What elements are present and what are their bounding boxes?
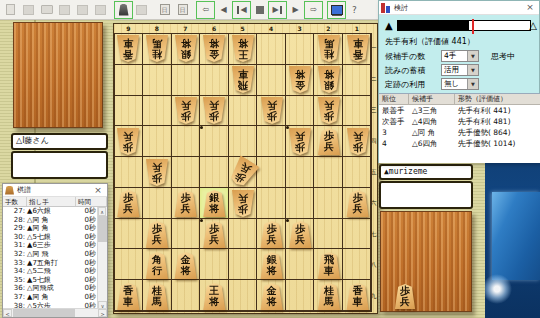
kifu-titlebar[interactable]: 棋譜 × xyxy=(3,184,107,197)
toolbar-blank-2[interactable] xyxy=(56,2,73,18)
kifu-move-row[interactable]: 32:△同 飛0秒 xyxy=(3,250,97,259)
control-dropdown-2[interactable]: 無し▼ xyxy=(441,78,479,90)
board-piece-34[interactable]: 歩兵 xyxy=(288,128,312,155)
board-piece-61[interactable]: 金将 xyxy=(202,35,226,62)
evaluation-text: 先手有利（評価値 441） xyxy=(385,36,539,47)
evaluation-bar-fill xyxy=(398,21,469,30)
board-piece-28[interactable]: 飛車 xyxy=(317,252,341,279)
gote-mark: △ xyxy=(529,20,537,32)
file-label: 7 xyxy=(171,24,200,33)
board-piece-76[interactable]: 歩兵 xyxy=(174,190,198,217)
board-piece-21[interactable]: 桂馬 xyxy=(317,35,341,62)
analysis-window-icon xyxy=(381,3,391,13)
board-piece-56[interactable]: 歩兵 xyxy=(231,190,255,217)
analysis-control-row: 読みの蓄積活用▼ xyxy=(385,63,539,77)
board-piece-button[interactable] xyxy=(115,2,132,18)
kifu-header-time: 時間 xyxy=(76,197,107,206)
scroll-left-icon[interactable]: < xyxy=(3,309,12,317)
candidate-table: 順位 候補手 形勢（評価値） 最善手△3三角先手有利( 441)次善手△4四角先… xyxy=(379,93,540,163)
control-status-text: 思考中 xyxy=(491,51,515,62)
evaluation-bar-row: ▲ △ xyxy=(383,19,535,33)
board-piece-81[interactable]: 桂馬 xyxy=(145,35,169,62)
chevron-down-icon[interactable]: ▼ xyxy=(467,65,478,75)
nav-first-button[interactable]: ⇦ xyxy=(197,2,214,18)
kifu-window: 棋譜 × 手数 指し手 時間 27:▲6六銀0秒28:△同 角0秒29:▲同 角… xyxy=(2,183,108,318)
board-piece-66[interactable]: 銀将 xyxy=(202,190,226,217)
board-piece-89[interactable]: 桂馬 xyxy=(145,283,169,310)
analysis-window-button[interactable] xyxy=(328,2,345,18)
kifu-header-row: 手数 指し手 時間 xyxy=(3,197,107,207)
board-piece-19[interactable]: 香車 xyxy=(346,283,370,310)
sente-hand-piece[interactable]: 歩兵 xyxy=(394,284,416,309)
board-piece-87[interactable]: 歩兵 xyxy=(145,221,169,248)
kifu-move-list[interactable]: 27:▲6六銀0秒28:△同 角0秒29:▲同 角0秒30:△5七銀0秒31:▲… xyxy=(3,207,97,310)
file-labels: 987654321 xyxy=(114,24,371,33)
kifu-header-move: 指し手 xyxy=(27,197,76,206)
candidate-row[interactable]: 最善手△3三角先手有利( 441) xyxy=(379,105,540,116)
board-piece-48[interactable]: 銀将 xyxy=(260,252,284,279)
analysis-control-row: 候補手の数4手▼思考中 xyxy=(385,49,539,63)
desktop-glow xyxy=(480,272,514,306)
kifu-move-row[interactable]: 34:△5二飛0秒 xyxy=(3,267,97,276)
shogi-board[interactable]: 987654321 一二三四五六七八九 香車桂馬銀将金将王将桂馬香車飛車金将銀将… xyxy=(113,23,378,314)
toolbar-blank-5[interactable] xyxy=(133,2,150,18)
nav-forward-fast-button[interactable]: ▶ xyxy=(287,2,304,18)
nav-forward-button[interactable]: ▶ xyxy=(269,2,286,18)
kifu-close-icon[interactable]: × xyxy=(91,185,105,196)
nav-stop-button[interactable] xyxy=(251,2,268,18)
analysis-titlebar[interactable]: 検討 × xyxy=(379,1,539,15)
board-piece-29[interactable]: 桂馬 xyxy=(317,283,341,310)
candidate-row[interactable]: 3△同 角先手優勢( 864) xyxy=(379,127,540,138)
candidate-row[interactable]: 4△6四角先手優勢( 1014) xyxy=(379,138,540,149)
board-piece-94[interactable]: 歩兵 xyxy=(116,128,140,155)
board-piece-14[interactable]: 歩兵 xyxy=(346,128,370,155)
kifu-move-row[interactable]: 33:▲7五角打0秒 xyxy=(3,259,97,268)
board-piece-43[interactable]: 歩兵 xyxy=(260,97,284,124)
open-kifu-button[interactable] xyxy=(38,2,55,18)
gote-player-name: △I藤さん xyxy=(11,133,108,150)
sente-player-name: ▲murizeme xyxy=(379,164,473,180)
board-piece-71[interactable]: 銀将 xyxy=(174,35,198,62)
cand-header-rank: 順位 xyxy=(379,94,409,104)
gote-info-box xyxy=(11,151,108,179)
kifu-window-icon xyxy=(5,186,14,195)
kifu-move-row[interactable]: 36:△同飛成0秒 xyxy=(3,284,97,293)
evaluation-bar xyxy=(397,20,531,31)
candidate-table-header: 順位 候補手 形勢（評価値） xyxy=(379,94,540,105)
control-label: 候補手の数 xyxy=(385,51,441,62)
analysis-window: 検討 × ▲ △ 先手有利（評価値 441） 候補手の数4手▼思考中読みの蓄積活… xyxy=(378,0,540,163)
candidate-rows: 最善手△3三角先手有利( 441)次善手△4四角先手有利( 481)3△同 角先… xyxy=(379,105,540,149)
board-piece-78[interactable]: 金将 xyxy=(174,252,198,279)
kifu-move-row[interactable]: 28:△同 角0秒 xyxy=(3,216,97,225)
scroll-up-icon[interactable]: ∧ xyxy=(98,207,106,216)
nav-last-button[interactable]: ⇨ xyxy=(305,2,322,18)
board-piece-16[interactable]: 歩兵 xyxy=(346,190,370,217)
kifu-horizontal-scrollbar[interactable]: < > xyxy=(3,308,107,317)
control-label: 定跡の利用 xyxy=(385,79,441,90)
analysis-control-row: 定跡の利用無し▼ xyxy=(385,77,539,91)
board-piece-88[interactable]: 角行 xyxy=(145,252,169,279)
board-piece-24[interactable]: 歩兵 xyxy=(317,128,341,155)
control-dropdown-1[interactable]: 活用▼ xyxy=(441,64,479,76)
file-label: 9 xyxy=(114,24,143,33)
board-piece-22[interactable]: 銀将 xyxy=(317,66,341,93)
sente-mark: ▲ xyxy=(385,20,393,32)
position-start-button[interactable]: 日 xyxy=(156,2,173,18)
file-label: 4 xyxy=(257,24,286,33)
scroll-right-icon[interactable]: > xyxy=(98,309,107,317)
evaluation-bar-marker xyxy=(472,19,474,34)
board-piece-47[interactable]: 歩兵 xyxy=(260,221,284,248)
board-piece-91[interactable]: 香車 xyxy=(116,35,140,62)
shogi-app-screen: 日日⇦◀◀▶▶⇨? △I藤さん 987654321 一二三四五六七八九 香車桂馬… xyxy=(0,0,540,318)
kifu-move-row[interactable]: 37:▲同 角0秒 xyxy=(3,293,97,302)
toolbar-blank-1[interactable] xyxy=(20,2,37,18)
board-piece-69[interactable]: 王将 xyxy=(202,283,226,310)
analysis-close-icon[interactable]: × xyxy=(523,2,537,13)
kifu-move-row[interactable]: 29:▲同 角0秒 xyxy=(3,224,97,233)
sente-info-box xyxy=(379,181,473,209)
analysis-controls: 候補手の数4手▼思考中読みの蓄積活用▼定跡の利用無し▼ xyxy=(379,49,539,91)
kifu-move-row[interactable]: 30:△5七銀0秒 xyxy=(3,233,97,242)
kifu-move-row[interactable]: 27:▲6六銀0秒 xyxy=(3,207,97,216)
board-piece-51[interactable]: 王将 xyxy=(231,35,255,62)
board-piece-32[interactable]: 金将 xyxy=(288,66,312,93)
nav-back-button[interactable]: ◀ xyxy=(233,2,250,18)
board-piece-49[interactable]: 金将 xyxy=(260,283,284,310)
control-dropdown-0[interactable]: 4手▼ xyxy=(441,50,479,62)
board-piece-85[interactable]: 歩兵 xyxy=(145,159,169,186)
board-piece-73[interactable]: 歩兵 xyxy=(174,97,198,124)
new-kifu-button[interactable] xyxy=(2,2,19,18)
board-piece-52[interactable]: 飛車 xyxy=(231,66,255,93)
toolbar-blank-3[interactable] xyxy=(74,2,91,18)
kifu-move-row[interactable]: 35:▲5七銀0秒 xyxy=(3,276,97,285)
cand-header-eval: 形勢（評価値） xyxy=(455,94,540,104)
board-piece-55[interactable]: 歩兵 xyxy=(226,155,261,191)
toolbar-blank-4[interactable] xyxy=(92,2,109,18)
file-label: 6 xyxy=(200,24,229,33)
position-end-button[interactable]: 日 xyxy=(174,2,191,18)
kifu-vscroll-thumb[interactable] xyxy=(98,216,107,242)
board-piece-96[interactable]: 歩兵 xyxy=(116,190,140,217)
chevron-down-icon[interactable]: ▼ xyxy=(467,79,478,89)
help-button[interactable]: ? xyxy=(346,2,363,18)
file-label: 1 xyxy=(343,24,372,33)
board-piece-11[interactable]: 香車 xyxy=(346,35,370,62)
board-pieces-layer: 香車桂馬銀将金将王将桂馬香車飛車金将銀将歩兵歩兵歩兵歩兵歩兵歩兵歩兵歩兵歩兵歩兵… xyxy=(114,33,372,312)
file-label: 3 xyxy=(285,24,314,33)
board-piece-37[interactable]: 歩兵 xyxy=(288,221,312,248)
control-label: 読みの蓄積 xyxy=(385,65,441,76)
file-label: 8 xyxy=(143,24,172,33)
kifu-move-row[interactable]: 31:▲6三歩0秒 xyxy=(3,241,97,250)
file-label: 5 xyxy=(228,24,257,33)
kifu-hscroll-thumb[interactable] xyxy=(13,309,75,317)
board-piece-63[interactable]: 歩兵 xyxy=(202,97,226,124)
chevron-down-icon[interactable]: ▼ xyxy=(467,51,478,61)
file-label: 2 xyxy=(314,24,343,33)
board-piece-23[interactable]: 歩兵 xyxy=(317,97,341,124)
kifu-header-moveno: 手数 xyxy=(3,197,27,206)
cand-header-move: 候補手 xyxy=(409,94,455,104)
kifu-vertical-scrollbar[interactable]: ∧ ∨ xyxy=(97,207,106,310)
board-piece-99[interactable]: 香車 xyxy=(116,283,140,310)
board-piece-67[interactable]: 歩兵 xyxy=(202,221,226,248)
candidate-row[interactable]: 次善手△4四角先手有利( 481) xyxy=(379,116,540,127)
analysis-window-title: 検討 xyxy=(394,3,523,13)
nav-back-fast-button[interactable]: ◀ xyxy=(215,2,232,18)
gote-komadai xyxy=(13,22,103,128)
desktop-logo-pane xyxy=(492,192,540,280)
kifu-window-title: 棋譜 xyxy=(17,185,91,195)
